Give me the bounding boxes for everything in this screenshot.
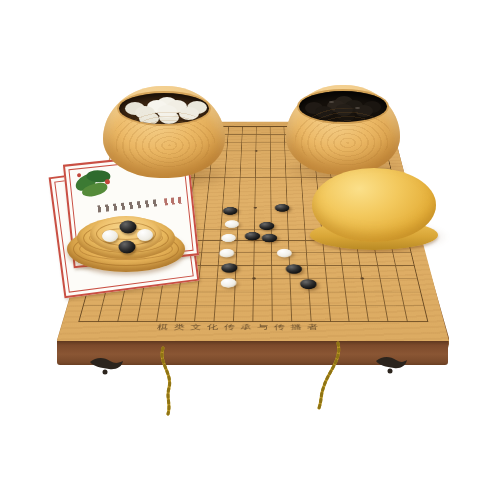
grid-cell	[137, 306, 159, 321]
grid-cell	[195, 306, 215, 321]
grid-cell	[287, 197, 303, 207]
grid-cell	[240, 187, 256, 197]
star-point	[361, 277, 365, 279]
grid-cell	[345, 279, 365, 293]
card-calligraphy-strokes	[97, 199, 157, 212]
black-stone	[221, 263, 237, 272]
grid-cell	[287, 208, 304, 219]
grid-cell	[228, 134, 243, 142]
grid-cell	[255, 197, 271, 207]
grid-cell	[234, 306, 254, 321]
white-stone	[219, 249, 234, 257]
card-red-strokes	[164, 196, 185, 205]
grid-cell	[241, 160, 256, 169]
grid-cell	[256, 168, 271, 177]
grid-cell	[393, 253, 413, 266]
grid-cell	[343, 265, 363, 278]
grid-cell	[229, 127, 243, 135]
board-front-face	[57, 341, 448, 365]
grid-cell	[271, 151, 286, 160]
grid-cell	[223, 197, 240, 207]
grid-cell	[227, 151, 242, 160]
grid-cell	[208, 187, 225, 197]
grid-cell	[271, 143, 286, 151]
grid-cell	[287, 187, 303, 197]
grid-cell	[329, 306, 350, 321]
product-photo-stage: 棋类文化传承与传播者	[0, 0, 500, 500]
grid-cell	[272, 306, 291, 321]
grid-cell	[291, 292, 310, 306]
grid-cell	[236, 265, 254, 278]
grid-cell	[224, 187, 240, 197]
grid-cell	[242, 134, 256, 142]
grid-cell	[271, 178, 287, 188]
grid-cell	[255, 187, 271, 197]
grid-cell	[405, 306, 427, 321]
grid-cell	[271, 187, 287, 197]
grid-cell	[197, 292, 217, 306]
grid-cell	[198, 279, 218, 293]
grid-cell	[240, 178, 256, 188]
grid-cell	[326, 279, 346, 293]
black-stone	[245, 232, 260, 240]
grid-cell	[201, 253, 220, 266]
grid-cell	[237, 241, 255, 253]
grid-cell	[241, 151, 256, 160]
black-stone	[300, 279, 317, 289]
grid-cell	[237, 253, 255, 266]
grid-cell	[238, 218, 255, 229]
grid-cell	[256, 178, 271, 188]
grid-cell	[205, 218, 223, 229]
grid-cell	[324, 253, 343, 266]
grid-cell	[254, 292, 273, 306]
grid-cell	[272, 279, 291, 293]
grid-cell	[272, 292, 291, 306]
grid-cell	[255, 208, 271, 219]
grid-cell	[206, 208, 223, 219]
wood-grain	[113, 110, 215, 169]
grid-cell	[325, 265, 344, 278]
grid-cell	[200, 265, 219, 278]
grid-cell	[402, 292, 424, 306]
grid-cell	[309, 292, 329, 306]
white-stone	[277, 249, 292, 257]
white-stone	[225, 220, 239, 227]
black-stone	[223, 207, 238, 215]
star-point	[252, 277, 256, 279]
black-stone	[262, 234, 277, 242]
grid-cell	[289, 241, 307, 253]
grid-cell	[254, 253, 272, 266]
black-stone	[259, 222, 274, 230]
grid-cell	[254, 265, 272, 278]
grid-cell	[207, 197, 224, 207]
grid-cell	[215, 306, 235, 321]
stone-glint	[329, 101, 334, 103]
grid-cell	[243, 127, 257, 135]
grid-cell	[204, 229, 222, 241]
grid-cell	[178, 292, 198, 306]
grid-cell	[346, 292, 367, 306]
grid-cell	[291, 306, 311, 321]
tray-white-stone	[102, 230, 118, 242]
grid-cell	[227, 143, 242, 151]
grid-cell	[140, 292, 161, 306]
grid-cell	[239, 208, 256, 219]
grid-cell	[235, 279, 254, 293]
tray-white-stone	[137, 229, 153, 241]
grid-cell	[310, 306, 330, 321]
grid-cell	[256, 151, 271, 160]
grid-cell	[253, 306, 272, 321]
grid-cell	[288, 229, 305, 241]
board-front-engraving: 棋类文化传承与传播者	[156, 323, 324, 332]
grid-cell	[256, 160, 271, 169]
black-stone	[275, 204, 289, 211]
grid-cell	[216, 292, 236, 306]
grid-cell	[396, 265, 417, 278]
star-point	[255, 150, 258, 151]
grid-cell	[399, 279, 420, 293]
grid-cell	[288, 218, 305, 229]
white-stone	[220, 278, 236, 287]
grid-cell	[254, 279, 272, 293]
grid-cell	[254, 241, 271, 253]
grid-cell	[159, 292, 180, 306]
grid-cell	[328, 292, 348, 306]
grid-cell	[176, 306, 197, 321]
star-point	[254, 207, 257, 209]
tray-black-stone	[119, 241, 136, 254]
bowl-lid	[312, 168, 436, 242]
grid-cell	[202, 241, 220, 253]
bowl-black-stones	[286, 85, 400, 175]
bowl-white-stones	[103, 86, 225, 178]
grid-cell	[241, 168, 256, 177]
grid-cell	[157, 306, 178, 321]
grid-cell	[257, 127, 271, 135]
grid-cell	[307, 253, 326, 266]
grid-cell	[348, 306, 369, 321]
grid-cell	[270, 134, 284, 142]
grid-cell	[270, 127, 284, 135]
grid-cell	[271, 218, 288, 229]
tray-black-stone	[120, 221, 137, 234]
wood-grain	[295, 108, 391, 166]
grid-cell	[235, 292, 254, 306]
black-stone	[286, 264, 302, 273]
grid-cell	[239, 197, 255, 207]
white-stone	[221, 234, 236, 242]
grid-cell	[341, 253, 360, 266]
grid-cell	[256, 143, 270, 151]
grid-cell	[256, 134, 270, 142]
grid-cell	[307, 265, 326, 278]
